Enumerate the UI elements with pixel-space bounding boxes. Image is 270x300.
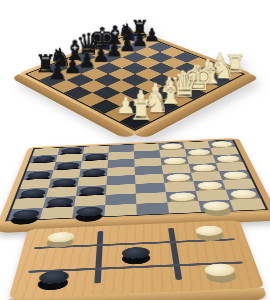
tictactoe-board-edge	[6, 288, 268, 300]
tictactoe-piece-white	[47, 232, 75, 243]
tictactoe-piece-white	[204, 263, 237, 277]
tictactoe-piece-black	[38, 270, 70, 284]
tictactoe-piece-white	[195, 225, 224, 236]
tictactoe-piece-black	[122, 246, 150, 258]
tictactoe-board-surface	[8, 220, 265, 300]
product-photo-game-set: ♜♞♝♛♚♝♞♜♟♟♟♟♟♟♟♟♟♟♟♟♟♟♟♟♜♞♝♛♚♝♞♜	[0, 0, 270, 300]
tictactoe-board	[19, 171, 251, 300]
tictactoe-grid-vertical-line	[168, 228, 182, 280]
tictactoe-grid-vertical-line	[94, 231, 103, 284]
